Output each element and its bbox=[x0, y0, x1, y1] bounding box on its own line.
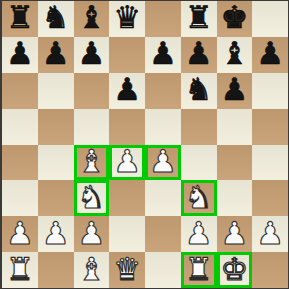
piece-white-pawn[interactable]: ♟ bbox=[77, 218, 105, 249]
square-g1[interactable]: ♚ bbox=[217, 252, 253, 288]
piece-black-pawn[interactable]: ♟ bbox=[42, 38, 70, 69]
square-h2[interactable]: ♟ bbox=[252, 216, 288, 252]
square-a2[interactable]: ♟ bbox=[2, 216, 38, 252]
chess-app: ♜♞♝♛♜♚♟♟♟♟♟♝♟♟♞♟♝♟♟♞♞♟♟♟♟♟♟♜♝♛♜♚ bbox=[0, 0, 289, 289]
square-d2[interactable] bbox=[109, 216, 145, 252]
piece-white-pawn[interactable]: ♟ bbox=[220, 218, 248, 249]
square-b3[interactable] bbox=[38, 180, 74, 216]
piece-white-knight[interactable]: ♞ bbox=[185, 182, 213, 213]
square-e3[interactable] bbox=[145, 180, 181, 216]
square-f5[interactable] bbox=[181, 109, 217, 145]
square-b5[interactable] bbox=[38, 109, 74, 145]
square-h8[interactable] bbox=[252, 1, 288, 37]
square-e6[interactable] bbox=[145, 73, 181, 109]
square-d4[interactable]: ♟ bbox=[109, 145, 145, 181]
piece-white-knight[interactable]: ♞ bbox=[77, 182, 105, 213]
square-d6[interactable]: ♟ bbox=[109, 73, 145, 109]
piece-black-pawn[interactable]: ♟ bbox=[149, 38, 177, 69]
square-g4[interactable] bbox=[217, 145, 253, 181]
piece-black-pawn[interactable]: ♟ bbox=[220, 74, 248, 105]
square-g7[interactable]: ♝ bbox=[217, 37, 253, 73]
piece-white-queen[interactable]: ♛ bbox=[113, 254, 141, 285]
chess-board: ♜♞♝♛♜♚♟♟♟♟♟♝♟♟♞♟♝♟♟♞♞♟♟♟♟♟♟♜♝♛♜♚ bbox=[0, 0, 289, 289]
square-h3[interactable] bbox=[252, 180, 288, 216]
square-a7[interactable]: ♟ bbox=[2, 37, 38, 73]
square-a3[interactable] bbox=[2, 180, 38, 216]
square-a4[interactable] bbox=[2, 145, 38, 181]
piece-black-rook[interactable]: ♜ bbox=[185, 2, 213, 33]
square-b2[interactable]: ♟ bbox=[38, 216, 74, 252]
square-e4[interactable]: ♟ bbox=[145, 145, 181, 181]
piece-white-rook[interactable]: ♜ bbox=[6, 254, 34, 285]
square-e5[interactable] bbox=[145, 109, 181, 145]
piece-white-bishop[interactable]: ♝ bbox=[77, 146, 105, 177]
square-d5[interactable] bbox=[109, 109, 145, 145]
piece-white-pawn[interactable]: ♟ bbox=[256, 218, 284, 249]
piece-black-pawn[interactable]: ♟ bbox=[77, 38, 105, 69]
square-h6[interactable] bbox=[252, 73, 288, 109]
piece-white-pawn[interactable]: ♟ bbox=[113, 146, 141, 177]
square-f7[interactable]: ♟ bbox=[181, 37, 217, 73]
square-b6[interactable] bbox=[38, 73, 74, 109]
piece-black-pawn[interactable]: ♟ bbox=[256, 38, 284, 69]
piece-white-king[interactable]: ♚ bbox=[220, 254, 248, 285]
square-d3[interactable] bbox=[109, 180, 145, 216]
square-c3[interactable]: ♞ bbox=[74, 180, 110, 216]
square-c2[interactable]: ♟ bbox=[74, 216, 110, 252]
square-c1[interactable]: ♝ bbox=[74, 252, 110, 288]
square-g3[interactable] bbox=[217, 180, 253, 216]
square-d7[interactable] bbox=[109, 37, 145, 73]
square-a6[interactable] bbox=[2, 73, 38, 109]
square-g6[interactable]: ♟ bbox=[217, 73, 253, 109]
square-b8[interactable]: ♞ bbox=[38, 1, 74, 37]
square-h4[interactable] bbox=[252, 145, 288, 181]
piece-white-pawn[interactable]: ♟ bbox=[185, 218, 213, 249]
square-e7[interactable]: ♟ bbox=[145, 37, 181, 73]
piece-black-pawn[interactable]: ♟ bbox=[113, 74, 141, 105]
piece-black-king[interactable]: ♚ bbox=[220, 2, 248, 33]
piece-white-pawn[interactable]: ♟ bbox=[42, 218, 70, 249]
square-c7[interactable]: ♟ bbox=[74, 37, 110, 73]
square-h5[interactable] bbox=[252, 109, 288, 145]
piece-black-queen[interactable]: ♛ bbox=[113, 2, 141, 33]
square-g8[interactable]: ♚ bbox=[217, 1, 253, 37]
square-b4[interactable] bbox=[38, 145, 74, 181]
piece-black-knight[interactable]: ♞ bbox=[185, 74, 213, 105]
square-f4[interactable] bbox=[181, 145, 217, 181]
square-e1[interactable] bbox=[145, 252, 181, 288]
piece-white-pawn[interactable]: ♟ bbox=[149, 146, 177, 177]
piece-black-rook[interactable]: ♜ bbox=[6, 2, 34, 33]
square-c8[interactable]: ♝ bbox=[74, 1, 110, 37]
square-c6[interactable] bbox=[74, 73, 110, 109]
square-h1[interactable] bbox=[252, 252, 288, 288]
square-c5[interactable] bbox=[74, 109, 110, 145]
piece-black-bishop[interactable]: ♝ bbox=[77, 2, 105, 33]
square-e2[interactable] bbox=[145, 216, 181, 252]
square-c4[interactable]: ♝ bbox=[74, 145, 110, 181]
piece-black-knight[interactable]: ♞ bbox=[42, 2, 70, 33]
square-e8[interactable] bbox=[145, 1, 181, 37]
square-d8[interactable]: ♛ bbox=[109, 1, 145, 37]
square-f6[interactable]: ♞ bbox=[181, 73, 217, 109]
square-h7[interactable]: ♟ bbox=[252, 37, 288, 73]
square-a8[interactable]: ♜ bbox=[2, 1, 38, 37]
square-g5[interactable] bbox=[217, 109, 253, 145]
square-a5[interactable] bbox=[2, 109, 38, 145]
piece-black-bishop[interactable]: ♝ bbox=[220, 38, 248, 69]
square-f2[interactable]: ♟ bbox=[181, 216, 217, 252]
piece-black-pawn[interactable]: ♟ bbox=[6, 38, 34, 69]
square-f3[interactable]: ♞ bbox=[181, 180, 217, 216]
square-b1[interactable] bbox=[38, 252, 74, 288]
piece-white-rook[interactable]: ♜ bbox=[185, 254, 213, 285]
square-b7[interactable]: ♟ bbox=[38, 37, 74, 73]
square-d1[interactable]: ♛ bbox=[109, 252, 145, 288]
piece-white-pawn[interactable]: ♟ bbox=[6, 218, 34, 249]
piece-white-bishop[interactable]: ♝ bbox=[77, 254, 105, 285]
square-f1[interactable]: ♜ bbox=[181, 252, 217, 288]
square-f8[interactable]: ♜ bbox=[181, 1, 217, 37]
square-g2[interactable]: ♟ bbox=[217, 216, 253, 252]
piece-black-pawn[interactable]: ♟ bbox=[185, 38, 213, 69]
square-a1[interactable]: ♜ bbox=[2, 252, 38, 288]
